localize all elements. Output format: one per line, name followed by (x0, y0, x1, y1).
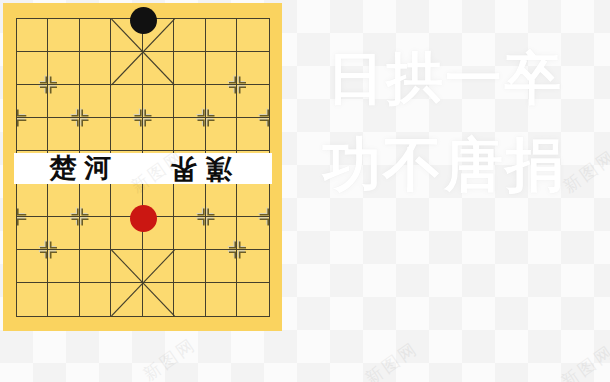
canvas: 楚河 漢界 日拱一卒 功不唐捐 新图网 新图网 新图网 新图网 新图网 (0, 0, 610, 382)
board-cell (48, 85, 80, 118)
board-cell (80, 283, 112, 316)
board-cell (143, 52, 175, 85)
board-cell (17, 118, 49, 151)
watermark: 新图网 (139, 333, 201, 382)
board-cell (174, 118, 206, 151)
slogan-line-2: 功不唐捐 (322, 130, 566, 201)
board-cell (206, 19, 238, 52)
board-cell (174, 19, 206, 52)
board-cell (206, 250, 238, 283)
board-cell (174, 184, 206, 217)
board-cell (143, 85, 175, 118)
board-cell (111, 283, 143, 316)
river-label-right: 漢界 (162, 153, 232, 184)
board-cell (111, 118, 143, 151)
board-cell (237, 118, 269, 151)
board-cell (80, 217, 112, 250)
board-cell (48, 184, 80, 217)
board-cell (237, 19, 269, 52)
board-cell (80, 52, 112, 85)
board-cell (174, 52, 206, 85)
river-band: 楚河 漢界 (14, 153, 272, 184)
board-cell (17, 217, 49, 250)
board-cell (111, 250, 143, 283)
board-cell (80, 85, 112, 118)
board-cell (48, 217, 80, 250)
board-cell (174, 250, 206, 283)
board-cell (206, 184, 238, 217)
board-cell (237, 52, 269, 85)
board-cell (111, 85, 143, 118)
board-cell (174, 283, 206, 316)
board-cell (48, 19, 80, 52)
board-cell (48, 52, 80, 85)
board-cell (237, 283, 269, 316)
board-cell (206, 283, 238, 316)
board-cell (111, 52, 143, 85)
board-cell (143, 250, 175, 283)
board-cell (17, 283, 49, 316)
board-cell (143, 118, 175, 151)
black-stone[interactable] (130, 7, 157, 34)
xiangqi-board: 楚河 漢界 (3, 3, 282, 331)
board-cell (17, 52, 49, 85)
board-cell (143, 283, 175, 316)
board-cell (237, 217, 269, 250)
board-cell (174, 85, 206, 118)
board-grid[interactable]: 楚河 漢界 (16, 18, 270, 317)
red-stone[interactable] (130, 205, 157, 232)
board-cell (80, 19, 112, 52)
board-cell (48, 283, 80, 316)
board-cell (48, 118, 80, 151)
watermark: 新图网 (557, 340, 610, 382)
river-label-left: 楚河 (50, 153, 120, 184)
watermark: 新图网 (361, 337, 423, 382)
slogan-line-1: 日拱一卒 (327, 44, 563, 112)
watermark: 新图网 (559, 145, 610, 198)
board-cell (206, 52, 238, 85)
board-cell (48, 250, 80, 283)
board-cell (80, 184, 112, 217)
board-cell (237, 85, 269, 118)
board-cell (80, 250, 112, 283)
board-cell (17, 250, 49, 283)
board-cell (237, 250, 269, 283)
board-cell (237, 184, 269, 217)
board-cell (17, 85, 49, 118)
board-cell (174, 217, 206, 250)
board-cell (206, 217, 238, 250)
board-cell (206, 118, 238, 151)
board-cell (17, 184, 49, 217)
board-cell (206, 85, 238, 118)
board-cell (17, 19, 49, 52)
board-cell (80, 118, 112, 151)
